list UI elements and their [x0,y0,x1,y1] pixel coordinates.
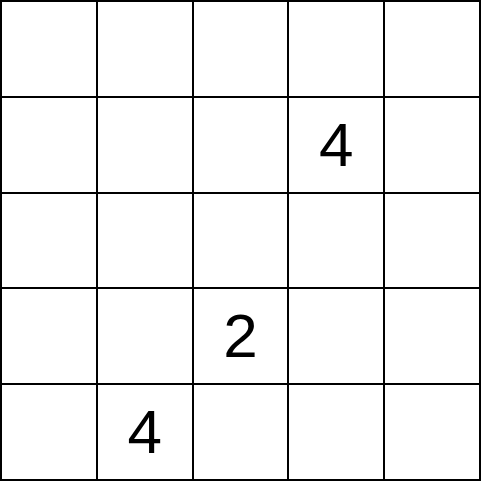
cell-r2c4[interactable]: 4 [289,98,383,192]
cell-r3c3[interactable] [194,194,288,288]
cell-r3c4[interactable] [289,194,383,288]
cell-r3c5[interactable] [385,194,479,288]
cell-r2c1[interactable] [2,98,96,192]
cell-r5c5[interactable] [385,385,479,479]
cell-r3c1[interactable] [2,194,96,288]
cell-r1c1[interactable] [2,2,96,96]
cell-r3c2[interactable] [98,194,192,288]
cell-r5c2[interactable]: 4 [98,385,192,479]
cell-r1c5[interactable] [385,2,479,96]
cell-r2c3[interactable] [194,98,288,192]
cell-r5c3[interactable] [194,385,288,479]
puzzle-board: 424 [0,0,481,481]
cell-r1c2[interactable] [98,2,192,96]
cell-r2c5[interactable] [385,98,479,192]
cell-r2c2[interactable] [98,98,192,192]
cell-r4c4[interactable] [289,289,383,383]
cell-r1c3[interactable] [194,2,288,96]
cell-r4c2[interactable] [98,289,192,383]
cell-r4c3[interactable]: 2 [194,289,288,383]
cell-r5c4[interactable] [289,385,383,479]
puzzle-grid: 424 [0,0,481,481]
cell-r1c4[interactable] [289,2,383,96]
cell-r5c1[interactable] [2,385,96,479]
cell-r4c1[interactable] [2,289,96,383]
cell-r4c5[interactable] [385,289,479,383]
